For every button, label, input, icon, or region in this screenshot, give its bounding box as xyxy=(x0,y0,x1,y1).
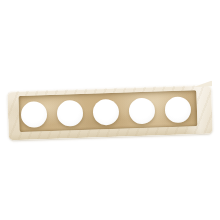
vanity-light-fixture xyxy=(7,85,213,141)
product-image xyxy=(0,0,220,220)
